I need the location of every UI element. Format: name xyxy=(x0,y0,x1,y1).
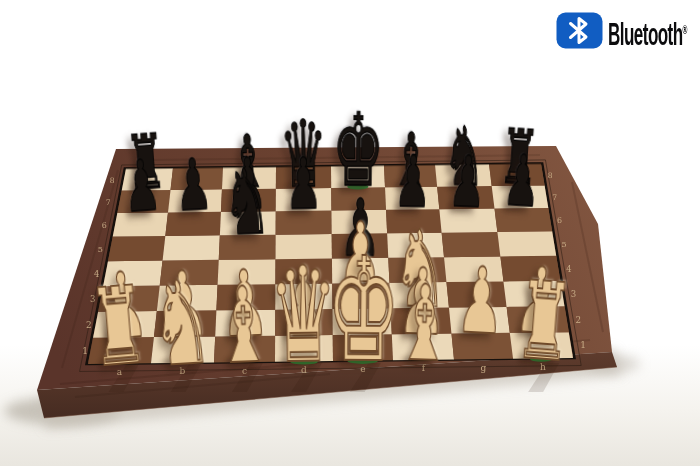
board-square xyxy=(386,209,442,233)
rank-label-left: 8 xyxy=(110,176,115,185)
board-square xyxy=(218,259,276,285)
board-square xyxy=(113,212,168,236)
board-square xyxy=(444,256,503,282)
bluetooth-text: Bluetooth xyxy=(608,17,683,52)
board-square xyxy=(332,283,390,309)
rank-label-right: 6 xyxy=(557,216,562,225)
bluetooth-rune-icon xyxy=(556,12,603,49)
rank-label-left: 2 xyxy=(86,320,92,330)
file-label: h xyxy=(540,362,546,372)
rank-label-left: 4 xyxy=(94,269,99,279)
board-square xyxy=(275,258,332,284)
file-label: c xyxy=(242,366,247,376)
board-square xyxy=(446,281,506,307)
board-square xyxy=(108,236,165,261)
board-square xyxy=(219,235,276,260)
board-square xyxy=(442,232,501,257)
board-square xyxy=(216,284,275,310)
board-square xyxy=(276,210,332,234)
board-square xyxy=(165,212,221,236)
board-square xyxy=(332,308,391,335)
board-square xyxy=(387,233,444,258)
board-square xyxy=(98,286,160,312)
board-square xyxy=(157,285,218,311)
file-label: d xyxy=(301,365,307,375)
board-square xyxy=(439,209,497,233)
rank-label-right: 3 xyxy=(571,289,576,299)
bluetooth-logo: Bluetooth® xyxy=(556,12,700,53)
board-square xyxy=(451,333,513,360)
board-square xyxy=(388,257,446,283)
rank-label-right: 1 xyxy=(580,340,586,350)
rank-label-right: 5 xyxy=(562,239,567,249)
product-photo-scene: a11b22c33d44e55f66g77h88 ♜♝♛♚♝♞♜♟♟♟♟♟♟♟♞… xyxy=(0,0,700,466)
board-square xyxy=(275,283,332,309)
board-square xyxy=(494,208,552,232)
board-square xyxy=(171,167,223,190)
rank-label-left: 6 xyxy=(102,221,107,230)
board-square xyxy=(331,210,387,234)
file-label: b xyxy=(180,366,186,376)
rank-label-left: 5 xyxy=(98,244,103,254)
rank-label-right: 8 xyxy=(548,171,553,180)
board-square xyxy=(500,256,560,282)
file-label: a xyxy=(117,367,123,377)
rank-label-left: 1 xyxy=(82,346,88,356)
rank-label-left: 3 xyxy=(90,294,95,304)
board-square xyxy=(103,261,162,287)
rank-label-right: 7 xyxy=(552,193,557,202)
board-square xyxy=(276,234,332,259)
board-square xyxy=(503,281,564,307)
rank-label-right: 2 xyxy=(575,315,581,325)
file-label: g xyxy=(481,363,487,373)
board-square xyxy=(497,231,556,256)
bluetooth-wordmark: Bluetooth® xyxy=(608,12,687,53)
board-square xyxy=(331,187,386,210)
registered-trademark: ® xyxy=(683,23,688,37)
chess-board: a11b22c33d44e55f66g77h88 xyxy=(0,0,700,466)
rank-label-left: 7 xyxy=(106,198,111,207)
rank-label-right: 4 xyxy=(566,264,571,274)
file-label: e xyxy=(360,364,365,374)
board-square xyxy=(163,235,220,260)
board-square xyxy=(160,260,219,286)
board-square xyxy=(392,334,454,361)
